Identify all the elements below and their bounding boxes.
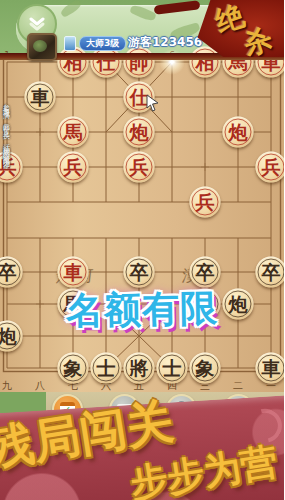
piece-black-c4r10[interactable]: 士	[91, 353, 122, 384]
piece-red-c3r1[interactable]: 相	[58, 47, 89, 78]
piece-red-c4r1[interactable]: 仕	[91, 47, 122, 78]
piece-black-c3r10[interactable]: 象	[58, 353, 89, 384]
rank-emblem-icon	[64, 36, 76, 51]
piece-char: 炮	[229, 295, 248, 314]
promo-disclaimer-text: 参与游戏满3元即可兑换 活动规则以游戏内为准	[1, 98, 11, 384]
piece-char: 車	[262, 359, 281, 378]
player-avatar[interactable]	[27, 33, 57, 61]
piece-black-c9r10[interactable]: 車	[256, 353, 285, 384]
piece-char: 卒	[196, 263, 215, 282]
piece-char: 車	[31, 88, 50, 107]
piece-black-c6r10[interactable]: 士	[157, 353, 188, 384]
piece-char: 卒	[130, 263, 149, 282]
coord-bottom-2: 八	[35, 379, 45, 393]
piece-char: 炮	[130, 123, 149, 142]
promo-banner-text[interactable]: 名额有限	[66, 284, 219, 337]
piece-char: 兵	[196, 193, 215, 212]
piece-char: 將	[130, 359, 149, 378]
piece-char: 士	[97, 359, 116, 378]
piece-black-c5r10[interactable]: 將	[124, 353, 155, 384]
piece-red-c3r3[interactable]: 馬	[58, 117, 89, 148]
player-level-badge: 大师3级	[79, 36, 126, 51]
chevron-down-icon	[28, 17, 46, 32]
piece-char: 士	[163, 359, 182, 378]
piece-black-c2r2[interactable]: 車	[25, 82, 56, 113]
piece-red-c5r4[interactable]: 兵	[124, 152, 155, 183]
piece-red-c7r5[interactable]: 兵	[190, 187, 221, 218]
piece-char: 卒	[262, 263, 281, 282]
coord-bottom-8: 二	[233, 379, 243, 393]
piece-char: 馬	[64, 123, 83, 142]
app-screen: 123456789九八七六五四三二一 楚河 漢界 相仕帥相馬車仕車馬炮炮兵兵兵兵…	[0, 0, 284, 500]
piece-char: 兵	[64, 158, 83, 177]
player-username: 游客123456	[128, 34, 202, 51]
piece-char: 象	[64, 359, 83, 378]
piece-char: 兵	[130, 158, 149, 177]
piece-black-c7r10[interactable]: 象	[190, 353, 221, 384]
piece-red-c3r4[interactable]: 兵	[58, 152, 89, 183]
piece-black-c9r7[interactable]: 卒	[256, 257, 285, 288]
piece-red-c9r4[interactable]: 兵	[256, 152, 285, 183]
mouse-cursor-icon	[146, 94, 160, 112]
piece-char: 象	[196, 359, 215, 378]
piece-char: 車	[64, 263, 83, 282]
avatar-image	[33, 40, 47, 52]
piece-red-c3r7[interactable]: 車	[58, 257, 89, 288]
piece-red-c5r3[interactable]: 炮	[124, 117, 155, 148]
piece-red-c5r1[interactable]: 帥	[124, 47, 155, 78]
piece-char: 兵	[262, 158, 281, 177]
xiangqi-board[interactable]: 123456789九八七六五四三二一 楚河 漢界 相仕帥相馬車仕車馬炮炮兵兵兵兵…	[0, 58, 284, 394]
piece-red-c8r3[interactable]: 炮	[223, 117, 254, 148]
piece-char: 炮	[229, 123, 248, 142]
piece-black-c8r8[interactable]: 炮	[223, 289, 254, 320]
piece-black-c5r7[interactable]: 卒	[124, 257, 155, 288]
